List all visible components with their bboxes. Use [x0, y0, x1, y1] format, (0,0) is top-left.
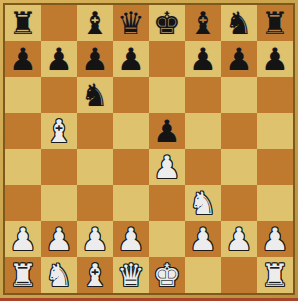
square-e2[interactable]	[149, 221, 185, 257]
square-c5[interactable]	[77, 113, 113, 149]
square-e6[interactable]	[149, 77, 185, 113]
white-bishop-piece[interactable]: ♝	[81, 257, 109, 293]
square-d4[interactable]	[113, 149, 149, 185]
square-f1[interactable]	[185, 257, 221, 293]
square-f4[interactable]	[185, 149, 221, 185]
square-a4[interactable]	[5, 149, 41, 185]
square-a2[interactable]: ♟	[5, 221, 41, 257]
square-h8[interactable]: ♜	[257, 5, 293, 41]
black-pawn-piece[interactable]: ♟	[9, 41, 37, 77]
white-king-piece[interactable]: ♚	[153, 257, 181, 293]
black-rook-piece[interactable]: ♜	[9, 5, 37, 41]
white-pawn-piece[interactable]: ♟	[153, 149, 181, 185]
black-pawn-piece[interactable]: ♟	[189, 41, 217, 77]
square-g2[interactable]: ♟	[221, 221, 257, 257]
white-rook-piece[interactable]: ♜	[9, 257, 37, 293]
white-bishop-piece[interactable]: ♝	[45, 113, 73, 149]
black-queen-piece[interactable]: ♛	[117, 5, 145, 41]
white-rook-piece[interactable]: ♜	[261, 257, 289, 293]
square-b1[interactable]: ♞	[41, 257, 77, 293]
white-pawn-piece[interactable]: ♟	[9, 221, 37, 257]
square-a7[interactable]: ♟	[5, 41, 41, 77]
white-pawn-piece[interactable]: ♟	[261, 221, 289, 257]
square-f8[interactable]: ♝	[185, 5, 221, 41]
square-d8[interactable]: ♛	[113, 5, 149, 41]
square-h5[interactable]	[257, 113, 293, 149]
chess-board: ♜♝♛♚♝♞♜♟♟♟♟♟♟♟♞♝♟♟♞♟♟♟♟♟♟♟♜♞♝♛♚♜	[5, 5, 293, 293]
square-b6[interactable]	[41, 77, 77, 113]
square-h3[interactable]	[257, 185, 293, 221]
black-king-piece[interactable]: ♚	[153, 5, 181, 41]
square-d5[interactable]	[113, 113, 149, 149]
black-bishop-piece[interactable]: ♝	[81, 5, 109, 41]
square-b3[interactable]	[41, 185, 77, 221]
square-e7[interactable]	[149, 41, 185, 77]
square-f6[interactable]	[185, 77, 221, 113]
square-f3[interactable]: ♞	[185, 185, 221, 221]
white-pawn-piece[interactable]: ♟	[189, 221, 217, 257]
square-d6[interactable]	[113, 77, 149, 113]
white-pawn-piece[interactable]: ♟	[117, 221, 145, 257]
board-frame: ♜♝♛♚♝♞♜♟♟♟♟♟♟♟♞♝♟♟♞♟♟♟♟♟♟♟♜♞♝♛♚♜	[0, 0, 298, 301]
square-h7[interactable]: ♟	[257, 41, 293, 77]
white-knight-piece[interactable]: ♞	[189, 185, 217, 221]
square-a1[interactable]: ♜	[5, 257, 41, 293]
square-f7[interactable]: ♟	[185, 41, 221, 77]
square-b5[interactable]: ♝	[41, 113, 77, 149]
black-pawn-piece[interactable]: ♟	[45, 41, 73, 77]
square-c3[interactable]	[77, 185, 113, 221]
white-queen-piece[interactable]: ♛	[117, 257, 145, 293]
square-b7[interactable]: ♟	[41, 41, 77, 77]
black-pawn-piece[interactable]: ♟	[81, 41, 109, 77]
square-h6[interactable]	[257, 77, 293, 113]
square-d2[interactable]: ♟	[113, 221, 149, 257]
square-g1[interactable]	[221, 257, 257, 293]
square-h1[interactable]: ♜	[257, 257, 293, 293]
square-g6[interactable]	[221, 77, 257, 113]
black-knight-piece[interactable]: ♞	[225, 5, 253, 41]
square-f5[interactable]	[185, 113, 221, 149]
square-b2[interactable]: ♟	[41, 221, 77, 257]
square-c8[interactable]: ♝	[77, 5, 113, 41]
black-pawn-piece[interactable]: ♟	[261, 41, 289, 77]
square-a8[interactable]: ♜	[5, 5, 41, 41]
square-d7[interactable]: ♟	[113, 41, 149, 77]
square-c2[interactable]: ♟	[77, 221, 113, 257]
white-pawn-piece[interactable]: ♟	[225, 221, 253, 257]
square-e4[interactable]: ♟	[149, 149, 185, 185]
square-a5[interactable]	[5, 113, 41, 149]
square-f2[interactable]: ♟	[185, 221, 221, 257]
square-c6[interactable]: ♞	[77, 77, 113, 113]
square-c1[interactable]: ♝	[77, 257, 113, 293]
white-pawn-piece[interactable]: ♟	[45, 221, 73, 257]
black-pawn-piece[interactable]: ♟	[117, 41, 145, 77]
black-rook-piece[interactable]: ♜	[261, 5, 289, 41]
black-bishop-piece[interactable]: ♝	[189, 5, 217, 41]
square-g8[interactable]: ♞	[221, 5, 257, 41]
square-e8[interactable]: ♚	[149, 5, 185, 41]
square-h2[interactable]: ♟	[257, 221, 293, 257]
board-border: ♜♝♛♚♝♞♜♟♟♟♟♟♟♟♞♝♟♟♞♟♟♟♟♟♟♟♜♞♝♛♚♜	[3, 3, 295, 295]
square-e5[interactable]: ♟	[149, 113, 185, 149]
square-h4[interactable]	[257, 149, 293, 185]
square-d3[interactable]	[113, 185, 149, 221]
square-c4[interactable]	[77, 149, 113, 185]
square-b4[interactable]	[41, 149, 77, 185]
square-e1[interactable]: ♚	[149, 257, 185, 293]
square-a3[interactable]	[5, 185, 41, 221]
white-pawn-piece[interactable]: ♟	[81, 221, 109, 257]
square-g3[interactable]	[221, 185, 257, 221]
white-knight-piece[interactable]: ♞	[45, 257, 73, 293]
square-c7[interactable]: ♟	[77, 41, 113, 77]
square-g5[interactable]	[221, 113, 257, 149]
black-pawn-piece[interactable]: ♟	[153, 113, 181, 149]
square-d1[interactable]: ♛	[113, 257, 149, 293]
black-pawn-piece[interactable]: ♟	[225, 41, 253, 77]
square-e3[interactable]	[149, 185, 185, 221]
square-g4[interactable]	[221, 149, 257, 185]
square-a6[interactable]	[5, 77, 41, 113]
square-g7[interactable]: ♟	[221, 41, 257, 77]
square-b8[interactable]	[41, 5, 77, 41]
black-knight-piece[interactable]: ♞	[81, 77, 109, 113]
